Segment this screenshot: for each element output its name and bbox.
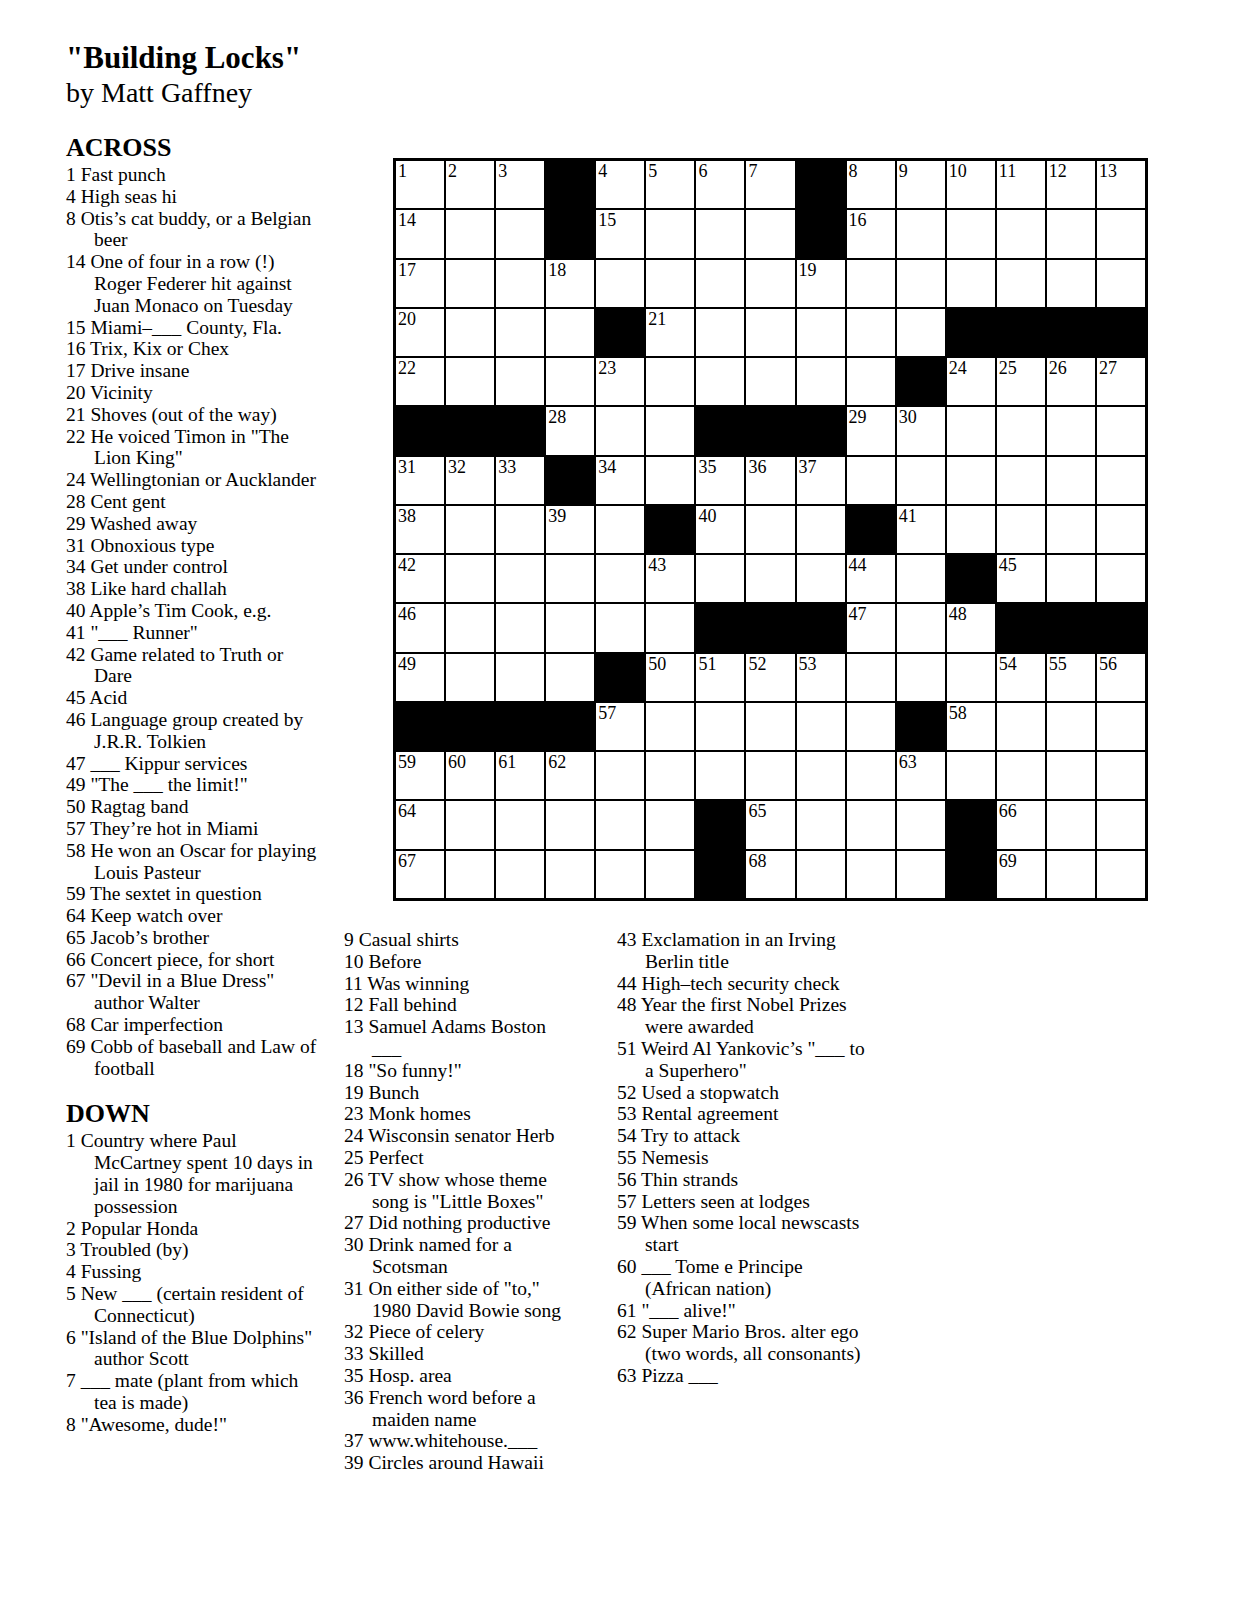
clue-text: Circles around Hawaii	[368, 1452, 543, 1473]
grid-cell[interactable]: 22	[396, 358, 444, 405]
grid-cell[interactable]: 16	[847, 210, 895, 257]
cell-number: 1	[398, 161, 407, 182]
black-cell	[897, 358, 945, 405]
grid-cell[interactable]: 37	[797, 457, 845, 504]
grid-cell[interactable]	[746, 703, 794, 750]
clue-number: 10	[344, 951, 364, 972]
grid-cell[interactable]: 6	[696, 161, 744, 208]
down-clue: 2 Popular Honda	[66, 1218, 318, 1240]
grid-cell[interactable]	[1097, 555, 1145, 602]
clue-text: Car imperfection	[90, 1014, 223, 1035]
clue-number: 13	[344, 1016, 364, 1037]
grid-cell[interactable]	[596, 851, 644, 898]
grid-cell[interactable]: 63	[897, 752, 945, 799]
clue-number: 58	[66, 840, 86, 861]
grid-cell[interactable]	[797, 851, 845, 898]
grid-cell[interactable]	[947, 506, 995, 553]
grid-cell[interactable]	[897, 309, 945, 356]
grid-cell[interactable]: 50	[646, 654, 694, 701]
grid-cell[interactable]	[897, 851, 945, 898]
grid-cell[interactable]	[496, 358, 544, 405]
grid-cell[interactable]: 39	[546, 506, 594, 553]
cell-number: 10	[949, 161, 967, 182]
grid-cell[interactable]	[746, 260, 794, 307]
grid-cell[interactable]	[496, 604, 544, 651]
cell-number: 29	[849, 407, 867, 428]
grid-cell[interactable]: 13	[1097, 161, 1145, 208]
cell-number: 31	[398, 457, 416, 478]
grid-cell[interactable]	[646, 407, 694, 454]
down-clue: 51 Weird Al Yankovic’s "___ to a Superhe…	[617, 1038, 869, 1082]
grid-cell[interactable]: 48	[947, 604, 995, 651]
grid-cell[interactable]: 38	[396, 506, 444, 553]
grid-cell[interactable]: 30	[897, 407, 945, 454]
grid-cell[interactable]	[546, 309, 594, 356]
grid-cell[interactable]: 62	[546, 752, 594, 799]
grid-cell[interactable]	[696, 309, 744, 356]
clue-number: 33	[344, 1343, 364, 1364]
grid-cell[interactable]	[446, 358, 494, 405]
grid-cell[interactable]: 24	[947, 358, 995, 405]
grid-cell[interactable]	[446, 506, 494, 553]
cell-number: 36	[748, 457, 766, 478]
black-cell	[947, 851, 995, 898]
grid-cell[interactable]: 25	[997, 358, 1045, 405]
clue-text: Ragtag band	[90, 796, 188, 817]
cell-number: 41	[899, 506, 917, 527]
grid-cell[interactable]	[696, 358, 744, 405]
cell-number: 17	[398, 260, 416, 281]
grid-cell[interactable]	[496, 555, 544, 602]
clue-text: He voiced Timon in "The Lion King"	[90, 426, 289, 469]
grid-cell[interactable]	[1047, 703, 1095, 750]
grid-cell[interactable]	[797, 801, 845, 848]
grid-cell[interactable]	[696, 260, 744, 307]
grid-cell[interactable]	[596, 555, 644, 602]
grid-cell[interactable]	[997, 407, 1045, 454]
grid-cell[interactable]: 55	[1047, 654, 1095, 701]
across-clue: 42 Game related to Truth or Dare	[66, 644, 318, 688]
clue-text: New ___ (certain resident of Connecticut…	[81, 1283, 304, 1326]
grid-cell[interactable]	[897, 210, 945, 257]
grid-cell[interactable]: 49	[396, 654, 444, 701]
grid-cell[interactable]	[646, 801, 694, 848]
grid-cell[interactable]	[1047, 752, 1095, 799]
clue-column-left: ACROSS 1 Fast punch 4 High seas hi 8 Oti…	[66, 134, 318, 1436]
grid-cell[interactable]: 47	[847, 604, 895, 651]
grid-cell[interactable]	[997, 260, 1045, 307]
grid-cell[interactable]	[1097, 506, 1145, 553]
grid-cell[interactable]	[847, 309, 895, 356]
grid-cell[interactable]	[847, 457, 895, 504]
grid-cell[interactable]: 1	[396, 161, 444, 208]
grid-cell[interactable]: 28	[546, 407, 594, 454]
grid-cell[interactable]	[997, 506, 1045, 553]
grid-cell[interactable]	[897, 604, 945, 651]
cell-number: 49	[398, 654, 416, 675]
down-clue: 63 Pizza ___	[617, 1365, 869, 1387]
grid-cell[interactable]	[446, 851, 494, 898]
grid-cell[interactable]	[446, 260, 494, 307]
down-clue: 27 Did nothing productive	[344, 1212, 580, 1234]
grid-cell[interactable]	[1047, 506, 1095, 553]
grid-cell[interactable]: 68	[746, 851, 794, 898]
clue-text: Fall behind	[368, 994, 456, 1015]
grid-cell[interactable]: 34	[596, 457, 644, 504]
grid-cell[interactable]	[1047, 210, 1095, 257]
grid-cell[interactable]: 66	[997, 801, 1045, 848]
cell-number: 64	[398, 801, 416, 822]
down-clue: 13 Samuel Adams Boston ___	[344, 1016, 580, 1060]
black-cell	[546, 161, 594, 208]
grid-cell[interactable]: 2	[446, 161, 494, 208]
grid-cell[interactable]	[596, 407, 644, 454]
grid-cell[interactable]	[1097, 260, 1145, 307]
clue-number: 39	[344, 1452, 364, 1473]
grid-cell[interactable]: 44	[847, 555, 895, 602]
grid-cell[interactable]	[446, 309, 494, 356]
grid-cell[interactable]	[496, 654, 544, 701]
grid-cell[interactable]	[696, 703, 744, 750]
grid-cell[interactable]: 53	[797, 654, 845, 701]
grid-cell[interactable]: 36	[746, 457, 794, 504]
grid-cell[interactable]: 26	[1047, 358, 1095, 405]
clue-text: Before	[368, 951, 421, 972]
across-clue: 58 He won an Oscar for playing Louis Pas…	[66, 840, 318, 884]
cell-number: 23	[598, 358, 616, 379]
cell-number: 39	[548, 506, 566, 527]
grid-cell[interactable]: 61	[496, 752, 544, 799]
grid-cell[interactable]	[1097, 703, 1145, 750]
grid-cell[interactable]	[446, 604, 494, 651]
clue-number: 59	[66, 883, 86, 904]
cell-number: 7	[748, 161, 757, 182]
down-clue: 8 "Awesome, dude!"	[66, 1414, 318, 1436]
grid-cell[interactable]	[847, 358, 895, 405]
cell-number: 22	[398, 358, 416, 379]
cell-number: 54	[999, 654, 1017, 675]
across-clue: 69 Cobb of baseball and Law of football	[66, 1036, 318, 1080]
grid-cell[interactable]	[746, 506, 794, 553]
clue-number: 55	[617, 1147, 637, 1168]
grid-cell[interactable]	[496, 260, 544, 307]
grid-cell[interactable]	[1047, 851, 1095, 898]
grid-cell[interactable]	[496, 801, 544, 848]
grid-cell[interactable]: 51	[696, 654, 744, 701]
grid-cell[interactable]	[546, 604, 594, 651]
grid-cell[interactable]	[1097, 752, 1145, 799]
clue-text: Nemesis	[641, 1147, 708, 1168]
grid-cell[interactable]	[1047, 260, 1095, 307]
grid-cell[interactable]	[797, 309, 845, 356]
grid-cell[interactable]: 33	[496, 457, 544, 504]
grid-cell[interactable]	[997, 210, 1045, 257]
grid-cell[interactable]	[797, 506, 845, 553]
grid-cell[interactable]	[546, 358, 594, 405]
black-cell	[696, 801, 744, 848]
black-cell	[396, 703, 444, 750]
cell-number: 69	[999, 851, 1017, 872]
grid-cell[interactable]	[596, 801, 644, 848]
grid-cell[interactable]	[797, 752, 845, 799]
grid-cell[interactable]: 57	[596, 703, 644, 750]
grid-cell[interactable]	[646, 210, 694, 257]
cell-number: 59	[398, 752, 416, 773]
grid-cell[interactable]: 59	[396, 752, 444, 799]
grid-cell[interactable]: 52	[746, 654, 794, 701]
clue-text: Cobb of baseball and Law of football	[90, 1036, 316, 1079]
grid-cell[interactable]	[496, 506, 544, 553]
down-clue: 12 Fall behind	[344, 994, 580, 1016]
clue-text: Otis’s cat buddy, or a Belgian beer	[81, 208, 312, 251]
grid-cell[interactable]: 12	[1047, 161, 1095, 208]
grid-cell[interactable]	[847, 851, 895, 898]
grid-cell[interactable]	[546, 851, 594, 898]
grid-cell[interactable]	[797, 555, 845, 602]
grid-cell[interactable]	[1097, 210, 1145, 257]
clue-text: Drink named for a Scotsman	[368, 1234, 512, 1277]
grid-cell[interactable]: 19	[797, 260, 845, 307]
grid-cell[interactable]: 32	[446, 457, 494, 504]
clue-number: 62	[617, 1321, 637, 1342]
grid-cell[interactable]: 17	[396, 260, 444, 307]
grid-cell[interactable]	[446, 654, 494, 701]
grid-cell[interactable]	[947, 752, 995, 799]
grid-cell[interactable]	[847, 260, 895, 307]
black-cell	[947, 555, 995, 602]
grid-cell[interactable]: 45	[997, 555, 1045, 602]
grid-cell[interactable]	[696, 555, 744, 602]
clue-text: "___ Runner"	[90, 622, 197, 643]
grid-cell[interactable]	[746, 358, 794, 405]
down-header: DOWN	[66, 1100, 318, 1127]
grid-cell[interactable]	[596, 604, 644, 651]
clue-number: 8	[66, 1414, 76, 1435]
grid-cell[interactable]	[897, 457, 945, 504]
grid-cell[interactable]	[646, 260, 694, 307]
across-clue: 57 They’re hot in Miami	[66, 818, 318, 840]
grid-cell[interactable]	[646, 752, 694, 799]
clue-number: 5	[66, 1283, 76, 1304]
across-clue: 31 Obnoxious type	[66, 535, 318, 557]
clue-text: Try to attack	[641, 1125, 740, 1146]
down-clue: 1 Country where Paul McCartney spent 10 …	[66, 1130, 318, 1217]
across-clue: 17 Drive insane	[66, 360, 318, 382]
grid-cell[interactable]	[446, 555, 494, 602]
grid-cell[interactable]: 42	[396, 555, 444, 602]
cell-number: 11	[999, 161, 1016, 182]
down-clue: 53 Rental agreement	[617, 1103, 869, 1125]
grid-cell[interactable]	[897, 555, 945, 602]
grid-cell[interactable]: 43	[646, 555, 694, 602]
cell-number: 9	[899, 161, 908, 182]
clue-text: Game related to Truth or Dare	[90, 644, 283, 687]
grid-cell[interactable]	[997, 752, 1045, 799]
grid-cell[interactable]	[1097, 851, 1145, 898]
grid-cell[interactable]	[847, 703, 895, 750]
grid-cell[interactable]	[1097, 801, 1145, 848]
grid-cell[interactable]	[646, 604, 694, 651]
grid-cell[interactable]	[546, 555, 594, 602]
grid-cell[interactable]	[797, 358, 845, 405]
grid-cell[interactable]	[646, 457, 694, 504]
cell-number: 15	[598, 210, 616, 231]
clue-number: 35	[344, 1365, 364, 1386]
grid-cell[interactable]	[646, 358, 694, 405]
across-clue: 34 Get under control	[66, 556, 318, 578]
grid-cell[interactable]: 58	[947, 703, 995, 750]
cell-number: 28	[548, 407, 566, 428]
clue-text: Shoves (out of the way)	[90, 404, 276, 425]
grid-cell[interactable]: 3	[496, 161, 544, 208]
clue-text: Casual shirts	[359, 929, 459, 950]
grid-cell[interactable]: 10	[947, 161, 995, 208]
grid-cell[interactable]	[1047, 407, 1095, 454]
grid-cell[interactable]	[897, 801, 945, 848]
clue-number: 47	[66, 753, 86, 774]
grid-cell[interactable]	[746, 309, 794, 356]
grid-cell[interactable]	[596, 506, 644, 553]
down-clue: 6 "Island of the Blue Dolphins" author S…	[66, 1327, 318, 1371]
clue-number: 54	[617, 1125, 637, 1146]
grid-cell[interactable]	[646, 703, 694, 750]
grid-cell[interactable]: 20	[396, 309, 444, 356]
clue-number: 1	[66, 164, 76, 185]
clue-number: 12	[344, 994, 364, 1015]
clue-text: Was winning	[367, 973, 469, 994]
clue-number: 36	[344, 1387, 364, 1408]
clue-text: Drive insane	[90, 360, 189, 381]
cell-number: 68	[748, 851, 766, 872]
clue-column-middle: 9 Casual shirts 10 Before 11 Was winning…	[344, 929, 580, 1474]
grid-cell[interactable]: 35	[696, 457, 744, 504]
down-clue: 30 Drink named for a Scotsman	[344, 1234, 580, 1278]
cell-number: 26	[1049, 358, 1067, 379]
grid-cell[interactable]: 67	[396, 851, 444, 898]
cell-number: 48	[949, 604, 967, 625]
black-cell	[1047, 309, 1095, 356]
across-clue: 14 One of four in a row (!) Roger Federe…	[66, 251, 318, 316]
grid-cell[interactable]: 9	[897, 161, 945, 208]
clue-number: 25	[344, 1147, 364, 1168]
grid-cell[interactable]: 14	[396, 210, 444, 257]
grid-cell[interactable]: 31	[396, 457, 444, 504]
grid-cell[interactable]: 56	[1097, 654, 1145, 701]
grid-cell[interactable]: 18	[546, 260, 594, 307]
black-cell	[646, 506, 694, 553]
grid-cell[interactable]: 4	[596, 161, 644, 208]
grid-cell[interactable]	[847, 654, 895, 701]
grid-cell[interactable]: 15	[596, 210, 644, 257]
grid-cell[interactable]	[746, 555, 794, 602]
grid-cell[interactable]	[1097, 407, 1145, 454]
clue-number: 31	[344, 1278, 364, 1299]
clue-number: 14	[66, 251, 86, 272]
grid-cell[interactable]	[496, 309, 544, 356]
grid-cell[interactable]: 11	[997, 161, 1045, 208]
grid-cell[interactable]	[897, 654, 945, 701]
clue-text: Troubled (by)	[80, 1239, 188, 1260]
grid-cell[interactable]: 23	[596, 358, 644, 405]
grid-cell[interactable]: 27	[1097, 358, 1145, 405]
grid-cell[interactable]	[897, 260, 945, 307]
grid-cell[interactable]: 8	[847, 161, 895, 208]
grid-cell[interactable]	[596, 260, 644, 307]
grid-cell[interactable]: 41	[897, 506, 945, 553]
across-clue: 28 Cent gent	[66, 491, 318, 513]
grid-cell[interactable]	[446, 801, 494, 848]
across-clue: 24 Wellingtonian or Aucklander	[66, 469, 318, 491]
grid-cell[interactable]: 40	[696, 506, 744, 553]
black-cell	[546, 703, 594, 750]
grid-cell[interactable]	[596, 752, 644, 799]
grid-cell[interactable]	[696, 752, 744, 799]
grid-cell[interactable]	[1097, 457, 1145, 504]
grid-cell[interactable]	[546, 801, 594, 848]
grid-cell[interactable]	[646, 851, 694, 898]
grid-cell[interactable]	[1047, 801, 1095, 848]
clue-number: 18	[344, 1060, 364, 1081]
grid-cell[interactable]	[496, 851, 544, 898]
grid-cell[interactable]	[947, 210, 995, 257]
cell-number: 67	[398, 851, 416, 872]
clue-text: Apple’s Tim Cook, e.g.	[89, 600, 271, 621]
grid-cell[interactable]: 60	[446, 752, 494, 799]
down-clue-list-3: 43 Exclamation in an Irving Berlin title…	[617, 929, 869, 1387]
grid-cell[interactable]	[746, 752, 794, 799]
grid-cell[interactable]	[1047, 555, 1095, 602]
grid-cell[interactable]	[847, 752, 895, 799]
grid-cell[interactable]: 29	[847, 407, 895, 454]
grid-cell[interactable]: 5	[646, 161, 694, 208]
grid-cell[interactable]	[947, 457, 995, 504]
grid-cell[interactable]	[496, 210, 544, 257]
grid-cell[interactable]	[546, 654, 594, 701]
grid-cell[interactable]	[797, 703, 845, 750]
black-cell	[947, 309, 995, 356]
clue-text: Rental agreement	[641, 1103, 778, 1124]
grid-cell[interactable]	[847, 801, 895, 848]
grid-cell[interactable]: 7	[746, 161, 794, 208]
clue-text: Did nothing productive	[368, 1212, 550, 1233]
grid-cell[interactable]: 54	[997, 654, 1045, 701]
grid-cell[interactable]: 64	[396, 801, 444, 848]
grid-cell[interactable]	[947, 407, 995, 454]
clue-number: 49	[66, 774, 86, 795]
grid-cell[interactable]: 21	[646, 309, 694, 356]
grid-cell[interactable]	[746, 210, 794, 257]
grid-cell[interactable]	[947, 654, 995, 701]
cell-number: 65	[748, 801, 766, 822]
grid-cell[interactable]	[1047, 457, 1095, 504]
clue-number: 8	[66, 208, 76, 229]
clue-number: 44	[617, 973, 637, 994]
clue-text: Get under control	[90, 556, 228, 577]
grid-cell[interactable]	[997, 703, 1045, 750]
grid-cell[interactable]	[997, 457, 1045, 504]
grid-cell[interactable]	[947, 260, 995, 307]
grid-cell[interactable]	[446, 210, 494, 257]
grid-cell[interactable]: 65	[746, 801, 794, 848]
black-cell	[596, 654, 644, 701]
clue-text: TV show whose theme song is "Little Boxe…	[368, 1169, 547, 1212]
grid-cell[interactable]	[696, 210, 744, 257]
black-cell	[446, 407, 494, 454]
black-cell	[1047, 604, 1095, 651]
grid-cell[interactable]: 69	[997, 851, 1045, 898]
grid-cell[interactable]: 46	[396, 604, 444, 651]
clue-text: "Island of the Blue Dolphins" author Sco…	[81, 1327, 312, 1370]
